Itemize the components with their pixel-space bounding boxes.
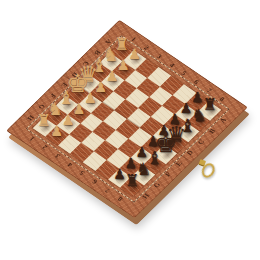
light-pawn-glyph: ♟ <box>106 69 119 83</box>
light-pawn-glyph: ♟ <box>51 124 64 138</box>
product-photo: HH11GG22FF33EE44DD55CC66BB77AA88 ♜♟♞♟♝♟♛… <box>0 0 260 260</box>
dark-rook-glyph: ♜ <box>125 173 139 189</box>
chess-board: HH11GG22FF33EE44DD55CC66BB77AA88 ♜♟♞♟♝♟♛… <box>6 20 248 219</box>
light-pawn-glyph: ♟ <box>73 102 86 116</box>
light-pawn-glyph: ♟ <box>62 113 75 127</box>
light-pawn-glyph: ♟ <box>117 59 130 73</box>
